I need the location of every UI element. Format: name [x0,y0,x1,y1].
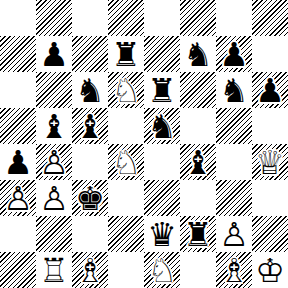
black-knight-piece: ♞ [144,108,180,144]
black-bishop-backing: ♝ [36,108,72,144]
white-pawn-backing: ♟ [216,216,252,252]
black-knight-backing: ♞ [144,108,180,144]
black-bishop-piece: ♝ [72,108,108,144]
black-rook-backing: ♜ [180,216,216,252]
black-king-piece: ♚ [72,180,108,216]
square-e2[interactable]: ♛♛ [144,216,180,252]
black-bishop-piece: ♝ [36,108,72,144]
black-knight-backing: ♞ [72,72,108,108]
square-g8[interactable] [216,0,252,36]
square-h8[interactable] [252,0,288,36]
white-pawn-backing: ♟ [36,180,72,216]
square-h2[interactable] [252,216,288,252]
white-bishop-piece: ♗ [216,252,252,288]
black-knight-piece: ♞ [72,72,108,108]
square-g7[interactable]: ♟♟ [216,36,252,72]
square-d2[interactable] [108,216,144,252]
square-b6[interactable] [36,72,72,108]
square-a8[interactable] [0,0,36,36]
square-d7[interactable]: ♜♜ [108,36,144,72]
square-e4[interactable] [144,144,180,180]
square-g4[interactable] [216,144,252,180]
black-pawn-piece: ♟ [36,36,72,72]
black-queen-backing: ♛ [144,216,180,252]
white-bishop-backing: ♝ [216,252,252,288]
square-e1[interactable]: ♞♘ [144,252,180,288]
square-f6[interactable] [180,72,216,108]
white-pawn-piece: ♙ [216,216,252,252]
white-bishop-piece: ♗ [72,252,108,288]
black-queen-piece: ♛ [144,216,180,252]
white-rook-piece: ♖ [36,252,72,288]
square-h5[interactable] [252,108,288,144]
white-knight-backing: ♞ [144,252,180,288]
square-c4[interactable] [72,144,108,180]
white-pawn-piece: ♙ [36,180,72,216]
square-a5[interactable] [0,108,36,144]
square-a6[interactable] [0,72,36,108]
square-c7[interactable] [72,36,108,72]
square-a2[interactable] [0,216,36,252]
black-knight-piece: ♞ [180,36,216,72]
black-rook-piece: ♜ [144,72,180,108]
square-d4[interactable]: ♞♘ [108,144,144,180]
black-pawn-backing: ♟ [216,36,252,72]
black-pawn-backing: ♟ [252,72,288,108]
square-b4[interactable]: ♟♙ [36,144,72,180]
white-queen-piece: ♕ [252,144,288,180]
square-g5[interactable] [216,108,252,144]
square-e7[interactable] [144,36,180,72]
black-rook-backing: ♜ [144,72,180,108]
square-e5[interactable]: ♞♞ [144,108,180,144]
white-pawn-piece: ♙ [36,144,72,180]
square-f1[interactable] [180,252,216,288]
square-d5[interactable] [108,108,144,144]
square-g6[interactable]: ♞♞ [216,72,252,108]
square-a1[interactable] [0,252,36,288]
white-knight-piece: ♘ [108,72,144,108]
square-g3[interactable] [216,180,252,216]
black-king-backing: ♚ [72,180,108,216]
black-pawn-backing: ♟ [0,144,36,180]
square-c5[interactable]: ♝♝ [72,108,108,144]
chess-board: ♟♟♜♜♞♞♟♟♞♞♞♘♜♜♞♞♟♟♝♝♝♝♞♞♟♟♟♙♞♘♝♝♛♕♟♙♟♙♚♚… [0,0,288,288]
square-f5[interactable] [180,108,216,144]
square-b8[interactable] [36,0,72,36]
square-c2[interactable] [72,216,108,252]
white-knight-piece: ♘ [144,252,180,288]
white-king-piece: ♔ [252,252,288,288]
black-bishop-piece: ♝ [180,144,216,180]
black-knight-backing: ♞ [216,72,252,108]
black-pawn-piece: ♟ [216,36,252,72]
square-h6[interactable]: ♟♟ [252,72,288,108]
square-e6[interactable]: ♜♜ [144,72,180,108]
square-h7[interactable] [252,36,288,72]
black-knight-piece: ♞ [216,72,252,108]
square-b1[interactable]: ♜♖ [36,252,72,288]
square-f7[interactable]: ♞♞ [180,36,216,72]
square-a4[interactable]: ♟♟ [0,144,36,180]
black-pawn-piece: ♟ [0,144,36,180]
white-pawn-backing: ♟ [36,144,72,180]
black-rook-piece: ♜ [108,36,144,72]
square-e8[interactable] [144,0,180,36]
square-e3[interactable] [144,180,180,216]
square-d8[interactable] [108,0,144,36]
square-f2[interactable]: ♜♜ [180,216,216,252]
square-f4[interactable]: ♝♝ [180,144,216,180]
square-b3[interactable]: ♟♙ [36,180,72,216]
black-bishop-backing: ♝ [72,108,108,144]
square-b5[interactable]: ♝♝ [36,108,72,144]
square-c8[interactable] [72,0,108,36]
square-f8[interactable] [180,0,216,36]
white-knight-backing: ♞ [108,144,144,180]
square-h4[interactable]: ♛♕ [252,144,288,180]
square-a3[interactable]: ♟♙ [0,180,36,216]
square-d1[interactable] [108,252,144,288]
white-rook-backing: ♜ [36,252,72,288]
white-pawn-backing: ♟ [0,180,36,216]
black-rook-piece: ♜ [180,216,216,252]
square-c3[interactable]: ♚♚ [72,180,108,216]
black-knight-backing: ♞ [180,36,216,72]
square-c1[interactable]: ♝♗ [72,252,108,288]
square-b7[interactable]: ♟♟ [36,36,72,72]
white-pawn-piece: ♙ [0,180,36,216]
square-h3[interactable] [252,180,288,216]
white-queen-backing: ♛ [252,144,288,180]
square-g2[interactable]: ♟♙ [216,216,252,252]
white-king-backing: ♚ [252,252,288,288]
square-g1[interactable]: ♝♗ [216,252,252,288]
square-h1[interactable]: ♚♔ [252,252,288,288]
square-d3[interactable] [108,180,144,216]
square-c6[interactable]: ♞♞ [72,72,108,108]
white-knight-backing: ♞ [108,72,144,108]
white-knight-piece: ♘ [108,144,144,180]
square-a7[interactable] [0,36,36,72]
black-bishop-backing: ♝ [180,144,216,180]
square-b2[interactable] [36,216,72,252]
black-rook-backing: ♜ [108,36,144,72]
black-pawn-backing: ♟ [36,36,72,72]
white-bishop-backing: ♝ [72,252,108,288]
square-f3[interactable] [180,180,216,216]
black-pawn-piece: ♟ [252,72,288,108]
square-d6[interactable]: ♞♘ [108,72,144,108]
